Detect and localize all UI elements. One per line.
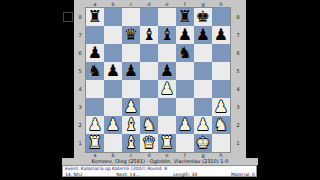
black-bishop-e7: ♝	[160, 26, 174, 44]
square-f2: ♟	[176, 116, 194, 134]
black-pawn-f7: ♟	[178, 26, 192, 44]
black-pawn-c5: ♟	[124, 62, 138, 80]
black-bishop-d7: ♝	[142, 26, 156, 44]
square-c3: ♟	[122, 98, 140, 116]
square-a3	[86, 98, 104, 116]
black-rook-a8: ♜	[88, 8, 102, 26]
rank-label-8: 8	[232, 8, 244, 26]
square-d5	[140, 62, 158, 80]
square-c5: ♟	[122, 62, 140, 80]
last-move-label: 14. Nh2	[65, 172, 83, 178]
square-e3	[158, 98, 176, 116]
square-g4	[194, 80, 212, 98]
rank-label-7: 7	[232, 26, 244, 44]
white-pawn-a2: ♟	[88, 116, 102, 134]
square-h7: ♟	[212, 26, 230, 44]
white-pawn-g2: ♟	[196, 116, 210, 134]
square-e7: ♝	[158, 26, 176, 44]
black-pawn-g7: ♟	[196, 26, 210, 44]
square-e6	[158, 44, 176, 62]
square-a1: ♜	[86, 134, 104, 152]
white-king-g1: ♚	[196, 134, 210, 152]
square-e2	[158, 116, 176, 134]
square-d6	[140, 44, 158, 62]
rank-label-1: 1	[74, 134, 86, 152]
square-g7: ♟	[194, 26, 212, 44]
square-d7: ♝	[140, 26, 158, 44]
white-rook-e1: ♜	[160, 134, 174, 152]
square-g1: ♚	[194, 134, 212, 152]
square-g2: ♟	[194, 116, 212, 134]
file-label-e: e	[158, 0, 176, 8]
material-label: Material: 0	[231, 172, 255, 178]
white-pawn-h3: ♟	[214, 98, 228, 116]
square-e8	[158, 8, 176, 26]
square-f5	[176, 62, 194, 80]
board-grid: ♜♜♚♛♝♝♟♟♟♟♞♞♟♟♟♟♟♟♟♟♝♞♟♟♞♜♝♛♜♚	[86, 8, 230, 152]
square-c2: ♝	[122, 116, 140, 134]
square-h8	[212, 8, 230, 26]
square-g8: ♚	[194, 8, 212, 26]
square-h4	[212, 80, 230, 98]
white-queen-d1: ♛	[142, 134, 156, 152]
square-f4	[176, 80, 194, 98]
white-bishop-c1: ♝	[124, 134, 138, 152]
rank-label-5: 5	[232, 62, 244, 80]
square-a4	[86, 80, 104, 98]
square-d8	[140, 8, 158, 26]
square-e4: ♟	[158, 80, 176, 98]
square-c7: ♛	[122, 26, 140, 44]
square-d3	[140, 98, 158, 116]
next-move-label: Next: 14...	[116, 172, 139, 178]
black-king-g8: ♚	[196, 8, 210, 26]
file-label-h: h	[212, 0, 230, 8]
video-frame[interactable]: abcdefgh 87654321 87654321 ♜♜♚♛♝♝♟♟♟♟♞♞♟…	[0, 0, 320, 180]
square-b2: ♟	[104, 116, 122, 134]
square-d2: ♞	[140, 116, 158, 134]
square-a6: ♟	[86, 44, 104, 62]
square-f3	[176, 98, 194, 116]
black-knight-a5: ♞	[88, 62, 102, 80]
black-pawn-e5: ♟	[160, 62, 174, 80]
square-b5: ♟	[104, 62, 122, 80]
rank-label-2: 2	[232, 116, 244, 134]
square-e1: ♜	[158, 134, 176, 152]
length-label: Length: 30	[173, 172, 197, 178]
white-rook-a1: ♜	[88, 134, 102, 152]
square-g6	[194, 44, 212, 62]
rank-label-6: 6	[74, 44, 86, 62]
white-knight-h2: ♞	[214, 116, 228, 134]
white-pawn-e4: ♟	[160, 80, 174, 98]
square-b6	[104, 44, 122, 62]
white-pawn-b2: ♟	[106, 116, 120, 134]
rank-label-6: 6	[232, 44, 244, 62]
white-pawn-c3: ♟	[124, 98, 138, 116]
moves-caption: 14. Nh2 Next: 14... Length: 30 Material:…	[65, 172, 255, 178]
rank-label-5: 5	[74, 62, 86, 80]
black-knight-f6: ♞	[178, 44, 192, 62]
square-g5	[194, 62, 212, 80]
white-bishop-c2: ♝	[124, 116, 138, 134]
square-b8	[104, 8, 122, 26]
square-b1	[104, 134, 122, 152]
file-label-c: c	[122, 0, 140, 8]
black-pawn-a6: ♟	[88, 44, 102, 62]
file-label-b: b	[104, 0, 122, 8]
square-f6: ♞	[176, 44, 194, 62]
rank-label-4: 4	[74, 80, 86, 98]
square-b7	[104, 26, 122, 44]
rank-label-1: 1	[232, 134, 244, 152]
black-to-move-indicator	[63, 12, 73, 22]
square-f8: ♜	[176, 8, 194, 26]
file-label-d: d	[140, 0, 158, 8]
square-c6	[122, 44, 140, 62]
players-caption: Korneev, Oleg (2581) - Ogloblin, Viaches…	[62, 158, 258, 165]
square-g3	[194, 98, 212, 116]
square-e5: ♟	[158, 62, 176, 80]
square-c1: ♝	[122, 134, 140, 152]
black-pawn-b5: ♟	[106, 62, 120, 80]
rank-label-2: 2	[74, 116, 86, 134]
square-c4	[122, 80, 140, 98]
square-d4	[140, 80, 158, 98]
square-h2: ♞	[212, 116, 230, 134]
rank-label-3: 3	[232, 98, 244, 116]
black-pawn-h7: ♟	[214, 26, 228, 44]
black-queen-c7: ♛	[124, 26, 138, 44]
black-rook-f8: ♜	[178, 8, 192, 26]
white-pawn-f2: ♟	[178, 116, 192, 134]
game-info-box: Event: Kalamaria op Katerini (2002) Roun…	[62, 165, 257, 177]
square-f7: ♟	[176, 26, 194, 44]
square-a8: ♜	[86, 8, 104, 26]
rank-label-7: 7	[74, 26, 86, 44]
rank-label-3: 3	[74, 98, 86, 116]
white-knight-d2: ♞	[142, 116, 156, 134]
rank-label-8: 8	[74, 8, 86, 26]
square-d1: ♛	[140, 134, 158, 152]
square-h6	[212, 44, 230, 62]
chess-board-panel: abcdefgh 87654321 87654321 ♜♜♚♛♝♝♟♟♟♟♞♞♟…	[74, 0, 246, 159]
square-c8	[122, 8, 140, 26]
rank-labels-right: 87654321	[232, 8, 244, 152]
square-h3: ♟	[212, 98, 230, 116]
square-h1	[212, 134, 230, 152]
square-f1	[176, 134, 194, 152]
rank-label-4: 4	[232, 80, 244, 98]
square-a5: ♞	[86, 62, 104, 80]
square-b4	[104, 80, 122, 98]
square-a2: ♟	[86, 116, 104, 134]
square-a7	[86, 26, 104, 44]
rank-labels-left: 87654321	[74, 8, 86, 152]
square-h5	[212, 62, 230, 80]
square-b3	[104, 98, 122, 116]
